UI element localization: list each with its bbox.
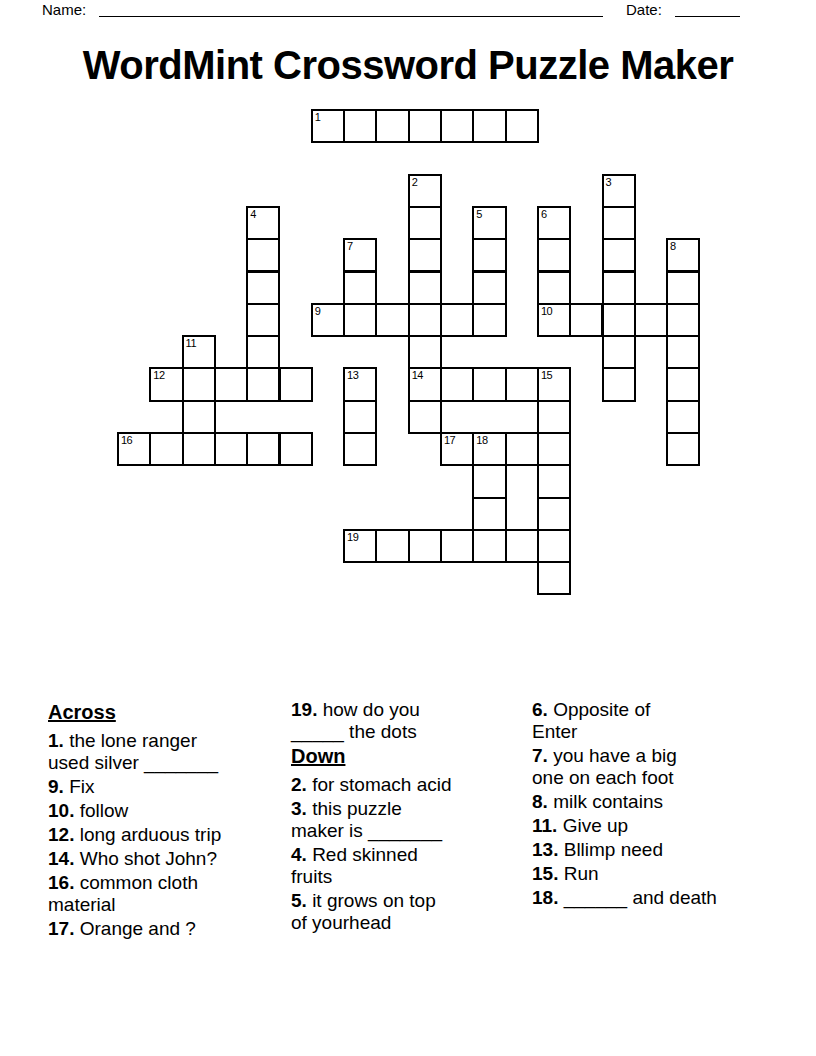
worksheet-page: { "game": "crossword", "page": { "name_l… [0, 0, 816, 1056]
grid-cell-r8c17[interactable] [666, 367, 700, 401]
clue-text: follow [80, 800, 129, 821]
grid-cell-r4c11[interactable] [472, 238, 506, 272]
clue-number: 3. [291, 798, 307, 819]
down-clue-4: 4. Red skinned fruits [291, 844, 533, 888]
grid-cell-r5c9[interactable] [408, 271, 442, 305]
grid-cell-r13c9[interactable] [408, 529, 442, 563]
grid-cell-r13c7[interactable]: 19 [343, 529, 377, 563]
clue-number: 18. [532, 887, 558, 908]
grid-cell-r14c13[interactable] [537, 561, 571, 595]
cell-number-1: 1 [315, 112, 321, 123]
clue-number: 16. [48, 872, 74, 893]
down-clue-8: 8. milk contains [532, 791, 796, 813]
clue-number: 4. [291, 844, 307, 865]
page-title: WordMint Crossword Puzzle Maker [0, 44, 816, 86]
across-clue-12: 12. long arduous trip [48, 824, 292, 846]
date-blank-line [675, 0, 740, 17]
clue-number: 7. [532, 745, 548, 766]
grid-cell-r8c11[interactable] [472, 367, 506, 401]
grid-cell-r8c2[interactable] [182, 367, 216, 401]
across-clue-1: 1. the lone ranger used silver _______ [48, 730, 292, 774]
clue-number: 13. [532, 839, 558, 860]
across-clue-14: 14. Who shot John? [48, 848, 292, 870]
crossword-board: 12345678910111213141516171819 [117, 109, 701, 596]
grid-cell-r6c15[interactable] [602, 303, 636, 337]
grid-cell-r9c7[interactable] [343, 400, 377, 434]
grid-cell-r10c1[interactable] [149, 432, 183, 466]
down-clue-15: 15. Run [532, 863, 796, 885]
cell-number-12: 12 [153, 370, 164, 381]
grid-cell-r7c15[interactable] [602, 335, 636, 369]
grid-cell-r3c11[interactable]: 5 [472, 206, 506, 240]
clue-text: this puzzle maker is _______ [291, 798, 442, 841]
grid-cell-r5c13[interactable] [537, 271, 571, 305]
grid-cell-r10c13[interactable] [537, 432, 571, 466]
grid-cell-r8c15[interactable] [602, 367, 636, 401]
grid-cell-r0c12[interactable] [505, 109, 539, 143]
grid-cell-r11c13[interactable] [537, 464, 571, 498]
clue-text: for stomach acid [312, 774, 451, 795]
clue-text: the lone ranger used silver _______ [48, 730, 218, 773]
cell-number-6: 6 [541, 209, 547, 220]
clue-number: 11. [532, 815, 557, 836]
grid-cell-r8c7[interactable]: 13 [343, 367, 377, 401]
clue-text: Opposite of Enter [532, 699, 650, 742]
clue-number: 12. [48, 824, 74, 845]
grid-cell-r5c7[interactable] [343, 271, 377, 305]
clue-text: Red skinned fruits [291, 844, 418, 887]
across-clue-16: 16. common cloth material [48, 872, 292, 916]
grid-cell-r9c9[interactable] [408, 400, 442, 434]
clue-number: 15. [532, 863, 558, 884]
grid-cell-r8c1[interactable]: 12 [149, 367, 183, 401]
across-heading: Across [48, 701, 292, 724]
clue-number: 19. [291, 699, 317, 720]
grid-cell-r12c13[interactable] [537, 497, 571, 531]
grid-cell-r4c17[interactable]: 8 [666, 238, 700, 272]
grid-cell-r9c13[interactable] [537, 400, 571, 434]
down-clue-6: 6. Opposite of Enter [532, 699, 796, 743]
across-clue-10: 10. follow [48, 800, 292, 822]
grid-cell-r4c15[interactable] [602, 238, 636, 272]
grid-cell-r10c3[interactable] [214, 432, 248, 466]
across-clue-19: 19. how do you _____ the dots [291, 699, 533, 743]
grid-cell-r0c9[interactable] [408, 109, 442, 143]
grid-cell-r7c17[interactable] [666, 335, 700, 369]
grid-cell-r6c11[interactable] [472, 303, 506, 337]
date-label: Date: [626, 1, 662, 18]
clue-text: Orange and ? [80, 918, 196, 939]
name-label: Name: [42, 1, 86, 18]
down-clue-7: 7. you have a big one on each foot [532, 745, 796, 789]
cell-number-16: 16 [121, 435, 132, 446]
grid-cell-r4c7[interactable]: 7 [343, 238, 377, 272]
grid-cell-r7c9[interactable] [408, 335, 442, 369]
grid-cell-r10c11[interactable]: 18 [472, 432, 506, 466]
down-clue-13: 13. Bllimp need [532, 839, 796, 861]
cell-number-2: 2 [412, 177, 418, 188]
clue-text: Run [564, 863, 599, 884]
down-clue-11: 11. Give up [532, 815, 796, 837]
grid-cell-r13c10[interactable] [440, 529, 474, 563]
grid-cell-r10c0[interactable]: 16 [117, 432, 151, 466]
grid-cell-r3c13[interactable]: 6 [537, 206, 571, 240]
clue-text: milk contains [553, 791, 663, 812]
grid-cell-r3c4[interactable]: 4 [246, 206, 280, 240]
grid-cell-r5c4[interactable] [246, 271, 280, 305]
grid-cell-r13c8[interactable] [375, 529, 409, 563]
cell-number-18: 18 [476, 435, 487, 446]
clue-number: 9. [48, 776, 64, 797]
grid-cell-r8c12[interactable] [505, 367, 539, 401]
cell-number-15: 15 [541, 370, 552, 381]
grid-cell-r8c4[interactable] [246, 367, 280, 401]
grid-cell-r4c13[interactable] [537, 238, 571, 272]
grid-cell-r8c9[interactable]: 14 [408, 367, 442, 401]
clue-number: 10. [48, 800, 74, 821]
grid-cell-r10c7[interactable] [343, 432, 377, 466]
cell-number-9: 9 [315, 306, 321, 317]
down-clue-5: 5. it grows on top of yourhead [291, 890, 533, 934]
cell-number-17: 17 [444, 435, 455, 446]
grid-cell-r6c4[interactable] [246, 303, 280, 337]
grid-cell-r6c6[interactable]: 9 [311, 303, 345, 337]
grid-cell-r6c13[interactable]: 10 [537, 303, 571, 337]
grid-cell-r6c14[interactable] [569, 303, 603, 337]
clue-number: 5. [291, 890, 307, 911]
clue-text: you have a big one on each foot [532, 745, 677, 788]
grid-cell-r3c9[interactable] [408, 206, 442, 240]
across-clue-9: 9. Fix [48, 776, 292, 798]
clue-number: 8. [532, 791, 548, 812]
clue-text: long arduous trip [80, 824, 222, 845]
grid-cell-r8c13[interactable]: 15 [537, 367, 571, 401]
down-clue-2: 2. for stomach acid [291, 774, 533, 796]
grid-cell-r10c17[interactable] [666, 432, 700, 466]
grid-cell-r10c10[interactable]: 17 [440, 432, 474, 466]
grid-cell-r8c10[interactable] [440, 367, 474, 401]
grid-cell-r0c10[interactable] [440, 109, 474, 143]
grid-cell-r4c9[interactable] [408, 238, 442, 272]
clue-number: 14. [48, 848, 74, 869]
cell-number-3: 3 [606, 177, 612, 188]
clue-number: 2. [291, 774, 307, 795]
clue-text: Fix [69, 776, 94, 797]
grid-cell-r11c11[interactable] [472, 464, 506, 498]
across-clue-17: 17. Orange and ? [48, 918, 292, 940]
clue-number: 17. [48, 918, 74, 939]
grid-cell-r13c13[interactable] [537, 529, 571, 563]
grid-cell-r13c12[interactable] [505, 529, 539, 563]
cell-number-11: 11 [186, 338, 196, 349]
grid-cell-r10c4[interactable] [246, 432, 280, 466]
grid-cell-r2c15[interactable]: 3 [602, 174, 636, 208]
grid-cell-r6c10[interactable] [440, 303, 474, 337]
clue-number: 6. [532, 699, 548, 720]
grid-cell-r8c3[interactable] [214, 367, 248, 401]
grid-cell-r6c16[interactable] [634, 303, 668, 337]
grid-cell-r0c7[interactable] [343, 109, 377, 143]
clue-text: Bllimp need [564, 839, 663, 860]
grid-cell-r7c2[interactable]: 11 [182, 335, 216, 369]
grid-cell-r0c6[interactable]: 1 [311, 109, 345, 143]
grid-cell-r6c9[interactable] [408, 303, 442, 337]
clue-text: ______ and death [564, 887, 717, 908]
grid-cell-r10c12[interactable] [505, 432, 539, 466]
cell-number-7: 7 [347, 241, 353, 252]
name-blank-line [99, 0, 603, 17]
clue-text: it grows on top of yourhead [291, 890, 436, 933]
grid-cell-r8c5[interactable] [279, 367, 313, 401]
grid-cell-r13c11[interactable] [472, 529, 506, 563]
grid-cell-r0c11[interactable] [472, 109, 506, 143]
clue-text: Give up [563, 815, 628, 836]
cell-number-13: 13 [347, 370, 358, 381]
grid-cell-r9c17[interactable] [666, 400, 700, 434]
down-heading: Down [291, 745, 533, 768]
grid-cell-r5c11[interactable] [472, 271, 506, 305]
grid-cell-r6c17[interactable] [666, 303, 700, 337]
grid-cell-r6c7[interactable] [343, 303, 377, 337]
grid-cell-r12c11[interactable] [472, 497, 506, 531]
cell-number-10: 10 [541, 306, 552, 317]
grid-cell-r2c9[interactable]: 2 [408, 174, 442, 208]
clue-number: 1. [48, 730, 64, 751]
grid-cell-r9c2[interactable] [182, 400, 216, 434]
grid-cell-r5c15[interactable] [602, 271, 636, 305]
clue-text: Who shot John? [80, 848, 217, 869]
grid-cell-r3c15[interactable] [602, 206, 636, 240]
clues-column-2: 19. how do you _____ the dotsDown2. for … [291, 699, 533, 936]
clues-column-3: 6. Opposite of Enter7. you have a big on… [532, 699, 796, 911]
clues-column-1: Across1. the lone ranger used silver ___… [48, 699, 292, 942]
grid-cell-r10c5[interactable] [279, 432, 313, 466]
cell-number-5: 5 [476, 209, 482, 220]
grid-cell-r4c4[interactable] [246, 238, 280, 272]
grid-cell-r6c8[interactable] [375, 303, 409, 337]
cell-number-4: 4 [250, 209, 256, 220]
cell-number-8: 8 [670, 241, 676, 252]
grid-cell-r5c17[interactable] [666, 271, 700, 305]
grid-cell-r7c4[interactable] [246, 335, 280, 369]
down-clue-18: 18. ______ and death [532, 887, 796, 909]
grid-cell-r0c8[interactable] [375, 109, 409, 143]
cell-number-19: 19 [347, 532, 358, 543]
down-clue-3: 3. this puzzle maker is _______ [291, 798, 533, 842]
grid-cell-r10c2[interactable] [182, 432, 216, 466]
cell-number-14: 14 [412, 370, 423, 381]
